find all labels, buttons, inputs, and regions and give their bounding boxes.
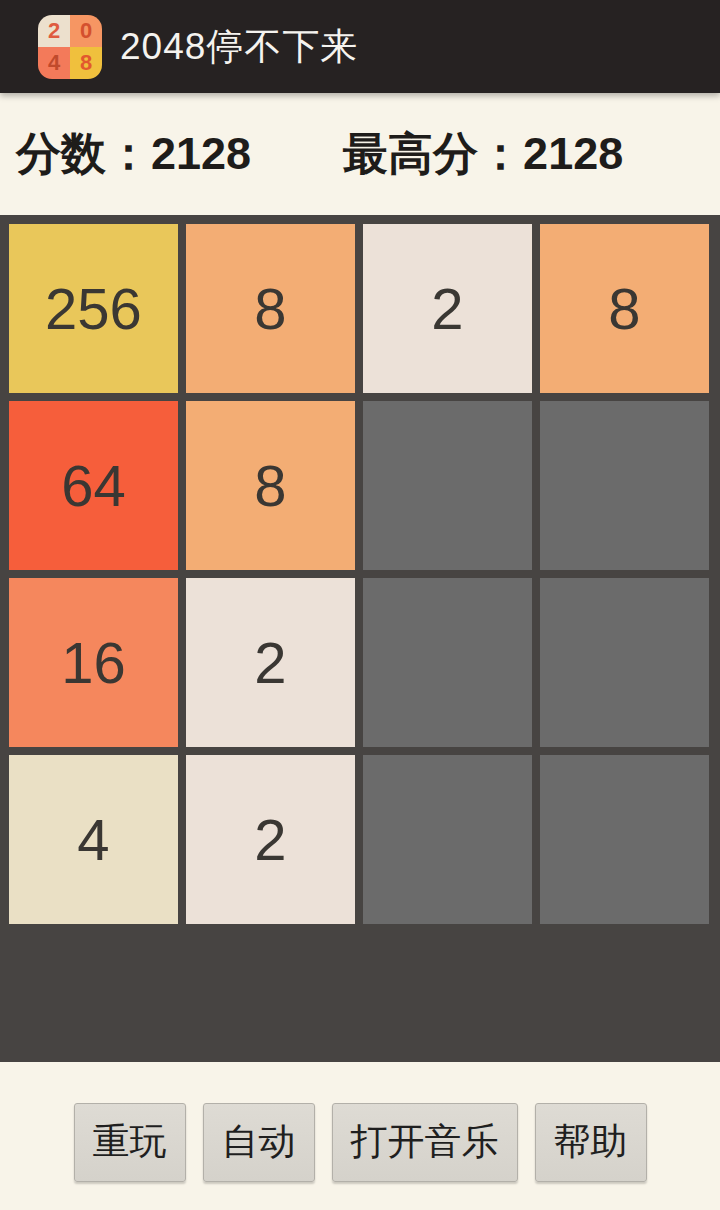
empty-cell-r2c3 (363, 401, 532, 570)
tile-8-r1c2: 8 (186, 224, 355, 393)
empty-cell-r4c3 (363, 755, 532, 924)
tile-64-r2c1: 64 (9, 401, 178, 570)
best-score-value: 2128 (523, 128, 623, 179)
best-score-label: 最高分： (343, 128, 523, 179)
board-grid: 25682864816242 (9, 224, 711, 924)
app-icon-digit-8: 8 (70, 47, 102, 79)
best-score: 最高分：2128 (343, 124, 623, 184)
app-window: 2048 2048停不下来 分数：2128 最高分：2128 256828648… (0, 0, 720, 1210)
score-label: 分数： (16, 128, 151, 179)
score-value: 2128 (151, 128, 251, 179)
tile-2-r1c3: 2 (363, 224, 532, 393)
auto-button[interactable]: 自动 (203, 1103, 315, 1182)
score-bar: 分数：2128 最高分：2128 (0, 93, 720, 215)
music-toggle-button[interactable]: 打开音乐 (332, 1103, 518, 1182)
tile-4-r4c1: 4 (9, 755, 178, 924)
replay-button[interactable]: 重玩 (74, 1103, 186, 1182)
tile-2-r4c2: 2 (186, 755, 355, 924)
app-icon-digit-2: 2 (38, 15, 70, 47)
tile-8-r1c4: 8 (540, 224, 709, 393)
empty-cell-r2c4 (540, 401, 709, 570)
app-icon-digit-0: 0 (70, 15, 102, 47)
empty-cell-r3c3 (363, 578, 532, 747)
tile-256-r1c1: 256 (9, 224, 178, 393)
help-button[interactable]: 帮助 (535, 1103, 647, 1182)
app-icon-digit-4: 4 (38, 47, 70, 79)
button-bar: 重玩自动打开音乐帮助 (0, 1062, 720, 1210)
empty-cell-r3c4 (540, 578, 709, 747)
board-2048[interactable]: 25682864816242 (0, 215, 720, 1062)
tile-16-r3c1: 16 (9, 578, 178, 747)
tile-2-r3c2: 2 (186, 578, 355, 747)
empty-cell-r4c4 (540, 755, 709, 924)
current-score: 分数：2128 (16, 124, 251, 184)
app-title: 2048停不下来 (120, 22, 358, 72)
app-icon-2048: 2048 (38, 15, 102, 79)
title-bar: 2048 2048停不下来 (0, 0, 720, 93)
tile-8-r2c2: 8 (186, 401, 355, 570)
